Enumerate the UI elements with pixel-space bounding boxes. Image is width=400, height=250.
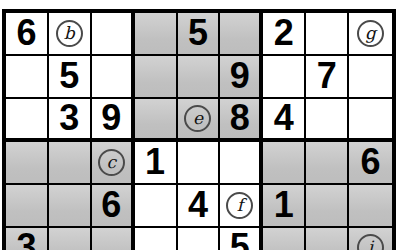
cell-r5c1[interactable] [6,185,49,228]
cell-r5c4[interactable] [135,185,178,228]
sudoku-screenshot: 6b52g59739e84c1664f135i [0,0,400,250]
cell-r6c2[interactable] [49,228,92,250]
cell-r2c1[interactable] [6,56,49,99]
cell-r6c3[interactable] [92,228,135,250]
cell-r1c8[interactable] [306,13,349,56]
cell-r5c2[interactable] [49,185,92,228]
cell-r1c7: 2 [263,13,306,56]
cell-r5c3: 6 [92,185,135,228]
cell-r1c2: b [49,13,92,56]
given-digit: 3 [16,229,36,250]
cell-r2c4[interactable] [135,56,178,99]
given-digit: 4 [188,187,208,225]
cell-r5c6: f [220,185,263,228]
given-digit: 8 [230,100,250,138]
sudoku-board: 6b52g59739e84c1664f135i [2,9,396,250]
cell-r1c4[interactable] [135,13,178,56]
cell-r4c7[interactable] [263,142,306,185]
given-digit: 5 [230,229,250,250]
cell-r2c8: 7 [306,56,349,99]
given-digit: 7 [317,58,337,96]
cell-r5c5: 4 [178,185,221,228]
given-digit: 9 [101,100,121,138]
given-digit: 3 [59,100,79,138]
cell-r1c6[interactable] [220,13,263,56]
cell-r6c6: 5 [220,228,263,250]
given-digit: 5 [188,15,208,53]
given-digit: 2 [274,15,294,53]
circled-letter-b: b [56,20,83,47]
cell-r1c9: g [349,13,392,56]
circled-letter-f: f [226,192,253,219]
cell-r1c1: 6 [6,13,49,56]
circled-letter-c: c [98,149,125,176]
given-digit: 5 [59,58,79,96]
cell-r3c3: 9 [92,99,135,142]
given-digit: 6 [16,15,36,53]
cell-r4c8[interactable] [306,142,349,185]
circled-letter-e: e [184,105,211,132]
cell-r4c4: 1 [135,142,178,185]
cell-r2c2: 5 [49,56,92,99]
cell-r6c1: 3 [6,228,49,250]
cell-r4c2[interactable] [49,142,92,185]
cell-r2c7[interactable] [263,56,306,99]
cell-r2c9[interactable] [349,56,392,99]
cell-r3c2: 3 [49,99,92,142]
cell-r6c4[interactable] [135,228,178,250]
cell-r2c5[interactable] [178,56,221,99]
circled-letter-g: g [357,20,384,47]
cell-r3c1[interactable] [6,99,49,142]
cell-r4c9: 6 [349,142,392,185]
given-digit: 4 [274,100,294,138]
cell-r6c8[interactable] [306,228,349,250]
cell-r5c8[interactable] [306,185,349,228]
cell-r2c3[interactable] [92,56,135,99]
given-digit: 6 [361,144,381,182]
cell-r4c1[interactable] [6,142,49,185]
given-digit: 1 [145,144,165,182]
circled-letter-i: i [357,234,384,250]
given-digit: 6 [101,187,121,225]
given-digit: 1 [274,187,294,225]
cell-r3c7: 4 [263,99,306,142]
cell-r4c5[interactable] [178,142,221,185]
cell-r6c9: i [349,228,392,250]
cell-r5c7: 1 [263,185,306,228]
cell-r1c5: 5 [178,13,221,56]
cell-r2c6: 9 [220,56,263,99]
cell-r3c9[interactable] [349,99,392,142]
cell-r4c3: c [92,142,135,185]
cell-r3c4[interactable] [135,99,178,142]
cell-r4c6[interactable] [220,142,263,185]
cell-r3c6: 8 [220,99,263,142]
cell-r3c8[interactable] [306,99,349,142]
cell-r6c5[interactable] [178,228,221,250]
cell-r5c9[interactable] [349,185,392,228]
given-digit: 9 [230,58,250,96]
cell-r6c7[interactable] [263,228,306,250]
cell-r1c3[interactable] [92,13,135,56]
cell-r3c5: e [178,99,221,142]
